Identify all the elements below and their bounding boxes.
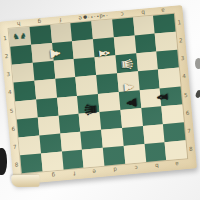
off-board-dark-object: [0, 148, 7, 175]
file-label: d: [104, 164, 126, 177]
rank-label: 2: [176, 31, 187, 50]
white-bishop-lying: ♝: [97, 46, 112, 60]
black-pawn-lying: ♟: [125, 97, 139, 110]
off-board-gray-mark: [195, 58, 200, 69]
rank-label: 3: [177, 49, 188, 68]
rank-label: 8: [185, 139, 196, 158]
mat-corner-curl: [11, 175, 39, 188]
black-bishop-lying: ♝: [155, 91, 170, 105]
rank-label: 5: [181, 85, 192, 104]
pieces-layer: ♟♝♛♟♛♟♝: [9, 14, 187, 173]
off-board-dark-mark: [195, 89, 200, 98]
file-label: e: [84, 166, 106, 179]
file-label: c: [125, 162, 147, 175]
chess-mat: ♞♞ ♟♝♛♟♛♟♝ 12345678 12345678 hgfedcba hg…: [0, 5, 197, 185]
file-label: f: [63, 168, 85, 181]
rank-label: 1: [174, 13, 185, 32]
rank-label: 7: [184, 121, 195, 140]
file-label: b: [146, 160, 168, 173]
white-pawn-lying-2: ♟: [122, 81, 135, 93]
file-label: g: [42, 169, 64, 182]
chessboard-photo: ♞♞ ♟♝♛♟♛♟♝ 12345678 12345678 hgfedcba hg…: [0, 0, 200, 200]
rank-label: 6: [182, 103, 193, 122]
black-queen-lying: ♛: [82, 102, 99, 118]
white-pawn-lying-1: ♟: [48, 47, 62, 60]
file-label: a: [166, 158, 188, 171]
white-queen-lying: ♛: [118, 57, 134, 72]
rank-label: 4: [179, 67, 190, 86]
